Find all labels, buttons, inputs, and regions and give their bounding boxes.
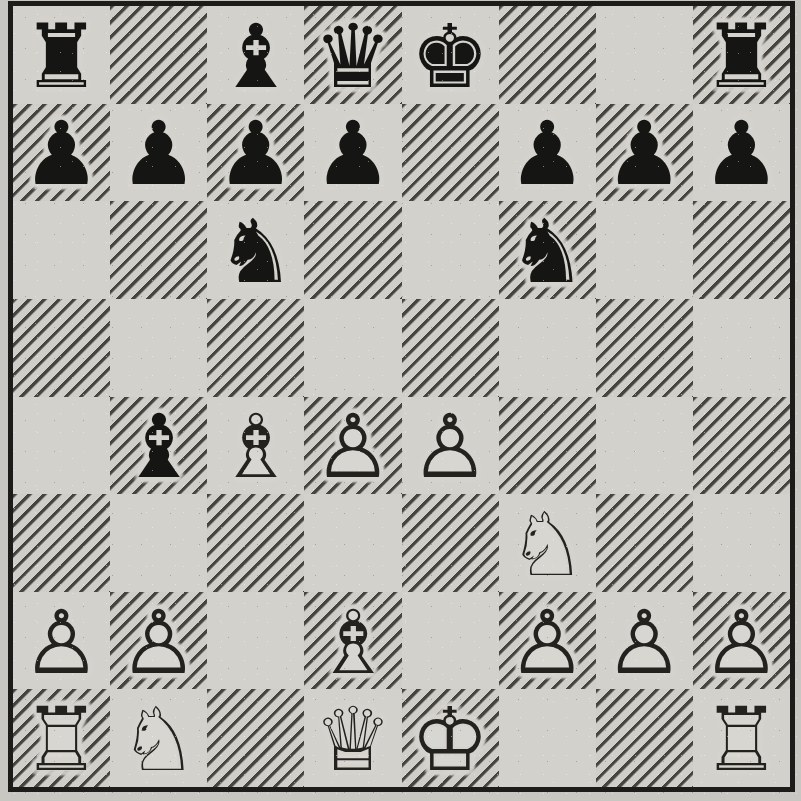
square-g3 bbox=[596, 494, 693, 592]
square-b7: ♟ bbox=[110, 104, 207, 202]
square-g2: ♟♙ bbox=[596, 592, 693, 690]
square-a2: ♟♙ bbox=[13, 592, 110, 690]
square-c8: ♝ bbox=[207, 6, 304, 104]
square-b5 bbox=[110, 299, 207, 397]
piece-black-pawn: ♟ bbox=[499, 106, 596, 202]
white-piece-outline: ♗ bbox=[216, 403, 295, 491]
square-e1: ♚♔ bbox=[402, 689, 499, 787]
square-f4 bbox=[499, 397, 596, 495]
piece-white-pawn: ♟♙ bbox=[596, 594, 693, 690]
square-b8 bbox=[110, 6, 207, 104]
square-a3 bbox=[13, 494, 110, 592]
square-c4: ♝♗ bbox=[207, 397, 304, 495]
square-g7: ♟ bbox=[596, 104, 693, 202]
square-d6 bbox=[304, 201, 401, 299]
square-d2: ♝♗ bbox=[304, 592, 401, 690]
square-d5 bbox=[304, 299, 401, 397]
white-piece-outline: ♙ bbox=[411, 403, 490, 491]
square-d3 bbox=[304, 494, 401, 592]
piece-white-bishop: ♝♗ bbox=[304, 594, 401, 690]
square-g8 bbox=[596, 6, 693, 104]
square-h5 bbox=[693, 299, 790, 397]
square-h6 bbox=[693, 201, 790, 299]
piece-black-bishop: ♝ bbox=[110, 399, 207, 495]
square-h2: ♟♙ bbox=[693, 592, 790, 690]
square-e4: ♟♙ bbox=[402, 397, 499, 495]
square-g6 bbox=[596, 201, 693, 299]
square-e7 bbox=[402, 104, 499, 202]
square-f2: ♟♙ bbox=[499, 592, 596, 690]
square-b3 bbox=[110, 494, 207, 592]
piece-white-king: ♚♔ bbox=[402, 691, 499, 787]
white-piece-outline: ♙ bbox=[702, 599, 781, 687]
white-piece-outline: ♘ bbox=[119, 696, 198, 784]
piece-white-pawn: ♟♙ bbox=[110, 594, 207, 690]
square-e8: ♚ bbox=[402, 6, 499, 104]
square-c5 bbox=[207, 299, 304, 397]
white-piece-outline: ♔ bbox=[411, 696, 490, 784]
square-d7: ♟ bbox=[304, 104, 401, 202]
piece-black-pawn: ♟ bbox=[304, 106, 401, 202]
piece-black-queen: ♛ bbox=[304, 8, 401, 104]
piece-white-rook: ♜♖ bbox=[693, 691, 790, 787]
piece-white-bishop: ♝♗ bbox=[207, 399, 304, 495]
piece-black-knight: ♞ bbox=[499, 203, 596, 299]
square-a7: ♟ bbox=[13, 104, 110, 202]
white-piece-outline: ♙ bbox=[313, 403, 392, 491]
square-e3 bbox=[402, 494, 499, 592]
square-e6 bbox=[402, 201, 499, 299]
white-piece-outline: ♖ bbox=[22, 696, 101, 784]
square-a8: ♜ bbox=[13, 6, 110, 104]
square-a4 bbox=[13, 397, 110, 495]
piece-black-king: ♚ bbox=[402, 8, 499, 104]
square-e2 bbox=[402, 592, 499, 690]
square-h4 bbox=[693, 397, 790, 495]
square-b2: ♟♙ bbox=[110, 592, 207, 690]
square-g5 bbox=[596, 299, 693, 397]
square-a5 bbox=[13, 299, 110, 397]
white-piece-outline: ♘ bbox=[508, 501, 587, 589]
square-f8 bbox=[499, 6, 596, 104]
white-piece-outline: ♙ bbox=[119, 599, 198, 687]
white-piece-outline: ♕ bbox=[313, 696, 392, 784]
square-a1: ♜♖ bbox=[13, 689, 110, 787]
square-h1: ♜♖ bbox=[693, 689, 790, 787]
square-h3 bbox=[693, 494, 790, 592]
square-c6: ♞ bbox=[207, 201, 304, 299]
square-c2 bbox=[207, 592, 304, 690]
white-piece-outline: ♙ bbox=[508, 599, 587, 687]
piece-black-pawn: ♟ bbox=[596, 106, 693, 202]
scanned-chess-diagram: ♜♝♛♚♜♟♟♟♟♟♟♟♞♞♝♝♗♟♙♟♙♞♘♟♙♟♙♝♗♟♙♟♙♟♙♜♖♞♘♛… bbox=[0, 0, 801, 801]
piece-black-pawn: ♟ bbox=[13, 106, 110, 202]
white-piece-outline: ♗ bbox=[313, 599, 392, 687]
square-f5 bbox=[499, 299, 596, 397]
piece-white-knight: ♞♘ bbox=[110, 691, 207, 787]
piece-white-rook: ♜♖ bbox=[13, 691, 110, 787]
square-f6: ♞ bbox=[499, 201, 596, 299]
piece-black-pawn: ♟ bbox=[693, 106, 790, 202]
square-a6 bbox=[13, 201, 110, 299]
piece-white-pawn: ♟♙ bbox=[499, 594, 596, 690]
square-b4: ♝ bbox=[110, 397, 207, 495]
piece-black-rook: ♜ bbox=[13, 8, 110, 104]
piece-white-knight: ♞♘ bbox=[499, 496, 596, 592]
square-h8: ♜ bbox=[693, 6, 790, 104]
piece-white-pawn: ♟♙ bbox=[693, 594, 790, 690]
piece-white-pawn: ♟♙ bbox=[402, 399, 499, 495]
white-piece-outline: ♖ bbox=[702, 696, 781, 784]
chess-board: ♜♝♛♚♜♟♟♟♟♟♟♟♞♞♝♝♗♟♙♟♙♞♘♟♙♟♙♝♗♟♙♟♙♟♙♜♖♞♘♛… bbox=[8, 1, 795, 792]
piece-black-pawn: ♟ bbox=[207, 106, 304, 202]
piece-black-rook: ♜ bbox=[693, 8, 790, 104]
piece-black-knight: ♞ bbox=[207, 203, 304, 299]
square-d8: ♛ bbox=[304, 6, 401, 104]
square-d1: ♛♕ bbox=[304, 689, 401, 787]
square-h7: ♟ bbox=[693, 104, 790, 202]
white-piece-outline: ♙ bbox=[605, 599, 684, 687]
piece-white-pawn: ♟♙ bbox=[13, 594, 110, 690]
square-f3: ♞♘ bbox=[499, 494, 596, 592]
square-f7: ♟ bbox=[499, 104, 596, 202]
white-piece-outline: ♙ bbox=[22, 599, 101, 687]
piece-white-pawn: ♟♙ bbox=[304, 399, 401, 495]
square-e5 bbox=[402, 299, 499, 397]
square-b1: ♞♘ bbox=[110, 689, 207, 787]
square-f1 bbox=[499, 689, 596, 787]
square-b6 bbox=[110, 201, 207, 299]
square-c7: ♟ bbox=[207, 104, 304, 202]
piece-white-queen: ♛♕ bbox=[304, 691, 401, 787]
square-g4 bbox=[596, 397, 693, 495]
square-c3 bbox=[207, 494, 304, 592]
piece-black-bishop: ♝ bbox=[207, 8, 304, 104]
piece-black-pawn: ♟ bbox=[110, 106, 207, 202]
square-c1 bbox=[207, 689, 304, 787]
square-d4: ♟♙ bbox=[304, 397, 401, 495]
square-g1 bbox=[596, 689, 693, 787]
